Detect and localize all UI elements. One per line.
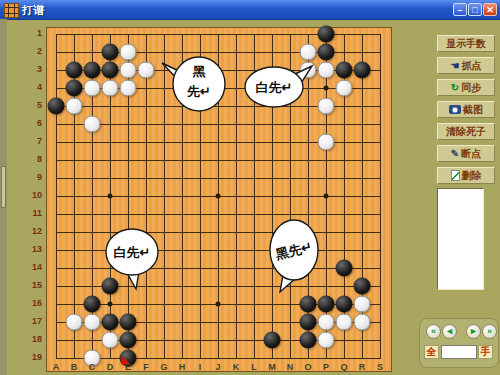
white-stone-P7[interactable] (318, 134, 335, 151)
column-label-Q: Q (335, 362, 353, 372)
column-label-I: I (191, 362, 209, 372)
black-stone-E17[interactable] (120, 314, 137, 331)
row-label-16: 16 (24, 297, 42, 309)
white-stone-B17[interactable] (66, 314, 83, 331)
delete-label: 删除 (462, 169, 482, 183)
column-label-P: P (317, 362, 335, 372)
white-stone-O3[interactable] (300, 62, 317, 79)
column-label-G: G (155, 362, 173, 372)
bubble-text-top-right: 白先↵ (246, 78, 302, 98)
white-stone-F3[interactable] (138, 62, 155, 79)
star-point-D16 (108, 302, 113, 307)
row-label-13: 13 (24, 243, 42, 255)
row-label-17: 17 (24, 315, 42, 327)
breakpoint-label: 断点 (461, 147, 481, 161)
column-label-K: K (227, 362, 245, 372)
move-number-input[interactable] (441, 345, 477, 359)
black-stone-A5[interactable] (48, 98, 65, 115)
column-label-R: R (353, 362, 371, 372)
white-stone-R17[interactable] (354, 314, 371, 331)
row-label-14: 14 (24, 261, 42, 273)
black-stone-C3[interactable] (84, 62, 101, 79)
white-stone-E2[interactable] (120, 44, 137, 61)
grab-point-label: 抓点 (461, 59, 481, 73)
star-point-D10 (108, 194, 113, 199)
row-label-15: 15 (24, 279, 42, 291)
column-label-S: S (371, 362, 389, 372)
black-stone-R15[interactable] (354, 278, 371, 295)
black-stone-Q14[interactable] (336, 260, 353, 277)
black-stone-C16[interactable] (84, 296, 101, 313)
app-window: 打谱 – □ ✕ ABCDEFGHIJKLMNOPQRS 12345678910… (0, 0, 500, 375)
title-bar: 打谱 – □ ✕ (0, 0, 500, 20)
column-label-J: J (209, 362, 227, 372)
white-stone-P18[interactable] (318, 332, 335, 349)
go-end-button[interactable]: » (482, 324, 497, 339)
sync-label: 同步 (461, 81, 481, 95)
bubble-text-bottom-left: 白先↵ (104, 243, 160, 263)
column-label-L: L (245, 362, 263, 372)
black-stone-D3[interactable] (102, 62, 119, 79)
row-label-18: 18 (24, 333, 42, 345)
sync-button[interactable]: ↻同步 (437, 79, 495, 96)
star-point-P4 (324, 86, 329, 91)
column-label-A: A (47, 362, 65, 372)
row-label-12: 12 (24, 225, 42, 237)
black-stone-E18[interactable] (120, 332, 137, 349)
window-title: 打谱 (22, 3, 44, 18)
black-stone-D2[interactable] (102, 44, 119, 61)
star-point-J16 (216, 302, 221, 307)
delete-button[interactable]: 删除 (437, 167, 495, 184)
row-label-10: 10 (24, 189, 42, 201)
row-label-8: 8 (24, 153, 42, 165)
splitter-handle[interactable] (1, 166, 6, 208)
show-move-numbers-label: 显示手数 (446, 37, 486, 51)
white-stone-P3[interactable] (318, 62, 335, 79)
row-label-6: 6 (24, 117, 42, 129)
row-label-2: 2 (24, 45, 42, 57)
white-stone-B5[interactable] (66, 98, 83, 115)
black-stone-B4[interactable] (66, 80, 83, 97)
column-label-C: C (83, 362, 101, 372)
black-stone-B3[interactable] (66, 62, 83, 79)
show-move-numbers-button[interactable]: 显示手数 (437, 35, 495, 52)
total-label: 全 (424, 345, 439, 359)
go-start-button[interactable]: « (426, 324, 441, 339)
row-label-19: 19 (24, 351, 42, 363)
white-stone-Q4[interactable] (336, 80, 353, 97)
row-label-3: 3 (24, 63, 42, 75)
white-stone-C4[interactable] (84, 80, 101, 97)
column-label-F: F (137, 362, 155, 372)
white-stone-O2[interactable] (300, 44, 317, 61)
white-stone-C6[interactable] (84, 116, 101, 133)
camera-icon (449, 105, 461, 114)
black-stone-P16[interactable] (318, 296, 335, 313)
black-stone-D17[interactable] (102, 314, 119, 331)
screenshot-button[interactable]: 截图 (437, 101, 495, 118)
white-stone-D4[interactable] (102, 80, 119, 97)
clear-dead-stones-label: 清除死子 (446, 125, 486, 139)
black-stone-P2[interactable] (318, 44, 335, 61)
black-stone-O18[interactable] (300, 332, 317, 349)
black-stone-M18[interactable] (264, 332, 281, 349)
black-stone-O17[interactable] (300, 314, 317, 331)
maximize-button[interactable]: □ (468, 3, 482, 16)
white-stone-Q17[interactable] (336, 314, 353, 331)
black-stone-R3[interactable] (354, 62, 371, 79)
minimize-button[interactable]: – (453, 3, 467, 16)
row-label-7: 7 (24, 135, 42, 147)
black-stone-Q16[interactable] (336, 296, 353, 313)
white-stone-P5[interactable] (318, 98, 335, 115)
column-label-E: E (119, 362, 137, 372)
star-point-P10 (324, 194, 329, 199)
pen-icon: ✎ (451, 149, 459, 159)
breakpoint-button[interactable]: ✎断点 (437, 145, 495, 162)
step-back-button[interactable]: ◄ (442, 324, 457, 339)
close-button[interactable]: ✕ (483, 3, 497, 16)
star-point-J10 (216, 194, 221, 199)
black-stone-D15[interactable] (102, 278, 119, 295)
white-stone-P17[interactable] (318, 314, 335, 331)
column-label-D: D (101, 362, 119, 372)
grab-icon: ☚ (451, 61, 460, 71)
column-label-B: B (65, 362, 83, 372)
delete-icon (451, 170, 460, 181)
app-icon (4, 3, 19, 18)
column-label-H: H (173, 362, 191, 372)
step-forward-button[interactable]: ► (466, 324, 481, 339)
row-label-5: 5 (24, 99, 42, 111)
bubble-text-top-left: 黑 先↵ (173, 62, 225, 102)
white-stone-E4[interactable] (120, 80, 137, 97)
black-stone-Q3[interactable] (336, 62, 353, 79)
white-stone-E3[interactable] (120, 62, 137, 79)
variation-list[interactable] (437, 188, 484, 290)
column-label-N: N (281, 362, 299, 372)
black-stone-P1[interactable] (318, 26, 335, 43)
column-label-M: M (263, 362, 281, 372)
row-label-11: 11 (24, 207, 42, 219)
white-stone-R16[interactable] (354, 296, 371, 313)
sync-icon: ↻ (451, 83, 459, 93)
column-label-O: O (299, 362, 317, 372)
black-stone-O16[interactable] (300, 296, 317, 313)
grab-point-button[interactable]: ☚抓点 (437, 57, 495, 74)
row-label-4: 4 (24, 81, 42, 93)
clear-dead-stones-button[interactable]: 清除死子 (437, 123, 495, 140)
moves-label: 手 (478, 345, 493, 359)
screenshot-label: 截图 (463, 103, 483, 117)
white-stone-C17[interactable] (84, 314, 101, 331)
white-stone-D18[interactable] (102, 332, 119, 349)
row-label-1: 1 (24, 27, 42, 39)
row-label-9: 9 (24, 171, 42, 183)
